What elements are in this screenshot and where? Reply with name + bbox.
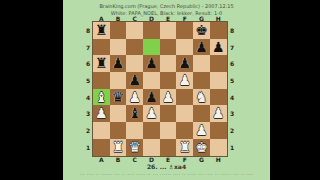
piece-wP-e4: ♟ [162, 89, 175, 106]
square-d6: ♟ [143, 55, 160, 72]
file-label: F [176, 156, 193, 163]
piece-bR-a6: ♜ [95, 55, 108, 72]
video-frame: BrainKing.com (Prague, Czech Republic) -… [0, 0, 320, 180]
file-label: H [210, 156, 227, 163]
piece-wB-a4: ♝ [95, 89, 108, 106]
square-e3 [160, 105, 177, 122]
file-label: A [93, 15, 110, 22]
game-header-site-date: BrainKing.com (Prague, Czech Republic) -… [63, 3, 270, 10]
square-b7 [110, 39, 127, 56]
square-f2 [176, 122, 193, 139]
piece-bB-c3: ♝ [128, 105, 141, 122]
rank-labels-left: 87654321 [85, 22, 91, 156]
piece-wR-b1: ♜ [112, 139, 125, 156]
square-b2 [110, 122, 127, 139]
square-f1: ♜ [176, 139, 193, 156]
file-label: A [93, 156, 110, 163]
piece-wP-a3: ♟ [95, 105, 108, 122]
file-label: E [160, 156, 177, 163]
square-d4: ♟ [143, 89, 160, 106]
square-c4: ♟ [126, 89, 143, 106]
rank-label: 3 [85, 105, 91, 122]
piece-wP-d3: ♟ [145, 105, 158, 122]
piece-bP-f6: ♟ [179, 55, 192, 72]
square-g4: ♞ [193, 89, 210, 106]
square-h5 [210, 72, 227, 89]
square-c8 [126, 22, 143, 39]
piece-wQ-c1: ♛ [128, 139, 141, 156]
square-a6: ♜ [93, 55, 110, 72]
diagram-panel: BrainKing.com (Prague, Czech Republic) -… [63, 0, 270, 180]
rank-label: 2 [85, 122, 91, 139]
rank-label: 4 [229, 89, 235, 106]
square-g7: ♟ [193, 39, 210, 56]
footer-fineprint: ··· ···· ·· ······ ··· ·· ···· ····· ·· … [67, 172, 266, 178]
file-label: D [143, 15, 160, 22]
square-g8: ♚ [193, 22, 210, 39]
piece-bP-d4: ♟ [145, 89, 158, 106]
rank-label: 8 [229, 22, 235, 39]
square-d8 [143, 22, 160, 39]
piece-bP-b6: ♟ [112, 55, 125, 72]
rank-label: 2 [229, 122, 235, 139]
rank-label: 6 [229, 55, 235, 72]
piece-wP-g2: ♟ [195, 122, 208, 139]
square-a8: ♜ [93, 22, 110, 39]
file-label: E [160, 15, 177, 22]
square-d1 [143, 139, 160, 156]
piece-bP-g7: ♟ [195, 39, 208, 56]
square-e4: ♟ [160, 89, 177, 106]
square-h1 [210, 139, 227, 156]
square-e6 [160, 55, 177, 72]
square-b4: ♛ [110, 89, 127, 106]
letterbox-right [270, 0, 320, 180]
square-g3 [193, 105, 210, 122]
piece-bK-g8: ♚ [195, 22, 208, 39]
file-labels-bottom: ABCDEFGH [93, 156, 227, 163]
square-f5: ♟ [176, 72, 193, 89]
square-c7 [126, 39, 143, 56]
file-label: B [110, 156, 127, 163]
file-label: B [110, 15, 127, 22]
square-e1 [160, 139, 177, 156]
rank-label: 4 [85, 89, 91, 106]
rank-label: 3 [229, 105, 235, 122]
square-f8 [176, 22, 193, 39]
square-b5 [110, 72, 127, 89]
chess-board: ♜♚♟♟♜♟♟♟♟♟♝♛♟♟♟♞♟♝♟♟♟♜♛♜♚ [93, 22, 227, 156]
square-d7 [143, 39, 160, 56]
square-b6: ♟ [110, 55, 127, 72]
rank-label: 5 [229, 72, 235, 89]
move-caption: 26. ... ♗xa4 [63, 163, 270, 171]
square-c6 [126, 55, 143, 72]
rank-label: 5 [85, 72, 91, 89]
file-label: D [143, 156, 160, 163]
piece-bR-a8: ♜ [95, 22, 108, 39]
square-h4 [210, 89, 227, 106]
square-b3 [110, 105, 127, 122]
square-d2 [143, 122, 160, 139]
square-h8 [210, 22, 227, 39]
square-d3: ♟ [143, 105, 160, 122]
square-a1 [93, 139, 110, 156]
square-h2 [210, 122, 227, 139]
piece-bQ-b4: ♛ [112, 89, 125, 106]
piece-bP-h7: ♟ [212, 39, 225, 56]
square-c2 [126, 122, 143, 139]
rank-label: 7 [229, 39, 235, 56]
letterbox-left [0, 0, 63, 180]
rank-label: 1 [229, 139, 235, 156]
file-label: G [193, 156, 210, 163]
square-h7: ♟ [210, 39, 227, 56]
piece-wP-c4: ♟ [128, 89, 141, 106]
square-c3: ♝ [126, 105, 143, 122]
square-f7 [176, 39, 193, 56]
rank-label: 6 [85, 55, 91, 72]
square-a4: ♝ [93, 89, 110, 106]
square-c1: ♛ [126, 139, 143, 156]
file-label: C [126, 156, 143, 163]
rank-label: 8 [85, 22, 91, 39]
square-h6 [210, 55, 227, 72]
rank-label: 7 [85, 39, 91, 56]
piece-bP-c5: ♟ [128, 72, 141, 89]
square-f3 [176, 105, 193, 122]
square-a5 [93, 72, 110, 89]
file-label: F [176, 15, 193, 22]
square-a7 [93, 39, 110, 56]
square-e5 [160, 72, 177, 89]
piece-wK-g1: ♚ [195, 139, 208, 156]
piece-wR-f1: ♜ [179, 139, 192, 156]
piece-wN-g4: ♞ [195, 89, 208, 106]
file-labels-top: ABCDEFGH [93, 15, 227, 22]
rank-labels-right: 87654321 [229, 22, 235, 156]
rank-label: 1 [85, 139, 91, 156]
square-b1: ♜ [110, 139, 127, 156]
square-c5: ♟ [126, 72, 143, 89]
square-g6 [193, 55, 210, 72]
piece-bP-d6: ♟ [145, 55, 158, 72]
square-e2 [160, 122, 177, 139]
square-e7 [160, 39, 177, 56]
file-label: G [193, 15, 210, 22]
file-label: C [126, 15, 143, 22]
square-a3: ♟ [93, 105, 110, 122]
square-h3: ♟ [210, 105, 227, 122]
square-a2 [93, 122, 110, 139]
square-f6: ♟ [176, 55, 193, 72]
piece-wP-f5: ♟ [179, 72, 192, 89]
square-b8 [110, 22, 127, 39]
square-g1: ♚ [193, 139, 210, 156]
square-e8 [160, 22, 177, 39]
square-f4 [176, 89, 193, 106]
file-label: H [210, 15, 227, 22]
square-g5 [193, 72, 210, 89]
square-g2: ♟ [193, 122, 210, 139]
piece-wP-h3: ♟ [212, 105, 225, 122]
square-d5 [143, 72, 160, 89]
